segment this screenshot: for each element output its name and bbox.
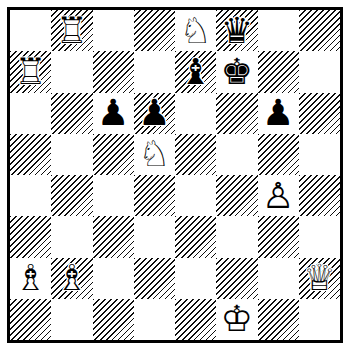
square-e5[interactable] — [175, 134, 216, 175]
white-bishop-a2[interactable]: ♝♗ — [10, 258, 51, 299]
square-g6[interactable]: ♟♟ — [258, 93, 299, 134]
square-e6[interactable] — [175, 93, 216, 134]
square-a6[interactable] — [10, 93, 51, 134]
square-c3[interactable] — [93, 216, 134, 257]
square-h8[interactable] — [299, 10, 340, 51]
square-c8[interactable] — [93, 10, 134, 51]
square-h6[interactable] — [299, 93, 340, 134]
square-f4[interactable] — [216, 175, 257, 216]
square-b5[interactable] — [51, 134, 92, 175]
square-c7[interactable] — [93, 51, 134, 92]
square-h3[interactable] — [299, 216, 340, 257]
square-a3[interactable] — [10, 216, 51, 257]
square-f1[interactable]: ♚♔ — [216, 299, 257, 340]
square-g8[interactable] — [258, 10, 299, 51]
black-pawn-c6[interactable]: ♟♟ — [93, 93, 134, 134]
square-d6[interactable]: ♟♟ — [134, 93, 175, 134]
square-c4[interactable] — [93, 175, 134, 216]
white-knight-icon: ♘ — [179, 13, 211, 49]
white-pawn-icon: ♙ — [262, 178, 294, 214]
black-king-f7[interactable]: ♚♚ — [216, 51, 257, 92]
white-queen-h2[interactable]: ♛♕ — [299, 258, 340, 299]
white-king-icon: ♔ — [221, 301, 253, 337]
square-h4[interactable] — [299, 175, 340, 216]
square-g1[interactable] — [258, 299, 299, 340]
white-knight-icon: ♘ — [138, 136, 170, 172]
square-f8[interactable]: ♛♛ — [216, 10, 257, 51]
square-b6[interactable] — [51, 93, 92, 134]
square-g7[interactable] — [258, 51, 299, 92]
square-d2[interactable] — [134, 258, 175, 299]
square-c2[interactable] — [93, 258, 134, 299]
square-h7[interactable] — [299, 51, 340, 92]
black-pawn-icon: ♟ — [262, 95, 294, 131]
black-pawn-icon: ♟ — [97, 95, 129, 131]
square-a1[interactable] — [10, 299, 51, 340]
white-knight-e8[interactable]: ♞♘ — [175, 10, 216, 51]
white-pawn-g4[interactable]: ♟♙ — [258, 175, 299, 216]
white-rook-a7[interactable]: ♜♖ — [10, 51, 51, 92]
square-b2[interactable]: ♝♗ — [51, 258, 92, 299]
square-h5[interactable] — [299, 134, 340, 175]
square-e2[interactable] — [175, 258, 216, 299]
square-a2[interactable]: ♝♗ — [10, 258, 51, 299]
square-a8[interactable] — [10, 10, 51, 51]
black-king-icon: ♚ — [221, 54, 253, 90]
square-f2[interactable] — [216, 258, 257, 299]
square-d1[interactable] — [134, 299, 175, 340]
square-f5[interactable] — [216, 134, 257, 175]
square-h2[interactable]: ♛♕ — [299, 258, 340, 299]
white-rook-icon: ♖ — [14, 54, 46, 90]
square-d4[interactable] — [134, 175, 175, 216]
square-a4[interactable] — [10, 175, 51, 216]
square-f6[interactable] — [216, 93, 257, 134]
white-rook-b8[interactable]: ♜♖ — [51, 10, 92, 51]
white-bishop-b2[interactable]: ♝♗ — [51, 258, 92, 299]
square-h1[interactable] — [299, 299, 340, 340]
square-c6[interactable]: ♟♟ — [93, 93, 134, 134]
black-bishop-icon: ♝ — [179, 54, 211, 90]
square-b1[interactable] — [51, 299, 92, 340]
square-f3[interactable] — [216, 216, 257, 257]
square-g3[interactable] — [258, 216, 299, 257]
black-pawn-g6[interactable]: ♟♟ — [258, 93, 299, 134]
white-rook-icon: ♖ — [56, 13, 88, 49]
white-king-f1[interactable]: ♚♔ — [216, 299, 257, 340]
chess-board: ♜♖♞♘♛♛♜♖♝♝♚♚♟♟♟♟♟♟♞♘♟♙♝♗♝♗♛♕♚♔ — [10, 10, 340, 340]
square-f7[interactable]: ♚♚ — [216, 51, 257, 92]
black-pawn-d6[interactable]: ♟♟ — [134, 93, 175, 134]
square-e7[interactable]: ♝♝ — [175, 51, 216, 92]
square-g4[interactable]: ♟♙ — [258, 175, 299, 216]
black-bishop-e7[interactable]: ♝♝ — [175, 51, 216, 92]
square-e1[interactable] — [175, 299, 216, 340]
square-d3[interactable] — [134, 216, 175, 257]
black-pawn-icon: ♟ — [138, 95, 170, 131]
white-knight-d5[interactable]: ♞♘ — [134, 134, 175, 175]
square-e3[interactable] — [175, 216, 216, 257]
white-bishop-icon: ♗ — [56, 260, 88, 296]
square-a7[interactable]: ♜♖ — [10, 51, 51, 92]
black-queen-icon: ♛ — [221, 13, 253, 49]
black-queen-f8[interactable]: ♛♛ — [216, 10, 257, 51]
square-c5[interactable] — [93, 134, 134, 175]
square-b3[interactable] — [51, 216, 92, 257]
square-b8[interactable]: ♜♖ — [51, 10, 92, 51]
square-e4[interactable] — [175, 175, 216, 216]
white-queen-icon: ♕ — [303, 260, 335, 296]
square-b7[interactable] — [51, 51, 92, 92]
square-g2[interactable] — [258, 258, 299, 299]
square-d7[interactable] — [134, 51, 175, 92]
square-d5[interactable]: ♞♘ — [134, 134, 175, 175]
white-bishop-icon: ♗ — [14, 260, 46, 296]
square-b4[interactable] — [51, 175, 92, 216]
square-a5[interactable] — [10, 134, 51, 175]
square-g5[interactable] — [258, 134, 299, 175]
chess-board-frame: ♜♖♞♘♛♛♜♖♝♝♚♚♟♟♟♟♟♟♞♘♟♙♝♗♝♗♛♕♚♔ — [7, 7, 343, 343]
square-d8[interactable] — [134, 10, 175, 51]
square-c1[interactable] — [93, 299, 134, 340]
square-e8[interactable]: ♞♘ — [175, 10, 216, 51]
